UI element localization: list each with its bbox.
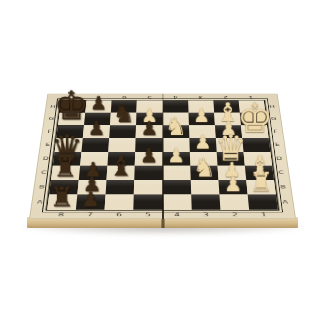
- rank-label-near-3: 3: [191, 210, 220, 219]
- square-h7: ♟: [85, 101, 112, 113]
- square-b5: [134, 180, 162, 195]
- square-e1: [242, 138, 270, 151]
- square-sheen: [76, 195, 106, 210]
- rank-label-near-6: 6: [104, 210, 133, 219]
- square-sheen: [163, 101, 189, 113]
- square-sheen: [47, 195, 77, 210]
- square-sheen: [240, 113, 267, 126]
- file-label-right-g: G: [265, 113, 282, 126]
- square-a4: [163, 195, 192, 210]
- square-g5: ♟: [136, 113, 162, 126]
- square-sheen: [243, 152, 272, 166]
- square-sheen: [163, 113, 189, 126]
- file-label-right-a: A: [276, 195, 295, 210]
- file-label-right-d: D: [270, 152, 288, 166]
- square-sheen: [83, 125, 110, 138]
- chess-board-3d: 87654321 87654321 HGFEDCBA HGFEDCBA ♟♚♞♟…: [29, 94, 296, 219]
- square-sheen: [56, 125, 84, 138]
- square-e7: [82, 138, 110, 151]
- square-sheen: [190, 180, 219, 195]
- rank-label-near-5: 5: [133, 210, 162, 219]
- square-c2: ♟: [217, 165, 246, 179]
- square-sheen: [58, 113, 85, 126]
- square-sheen: [219, 195, 249, 210]
- square-a5: [134, 195, 163, 210]
- rank-label-far-2: 2: [213, 94, 239, 101]
- piece-black-bishop: ♝: [108, 153, 133, 181]
- square-sheen: [238, 101, 265, 113]
- square-sheen: [53, 152, 82, 166]
- square-sheen: [163, 195, 192, 210]
- square-sheen: [188, 101, 214, 113]
- square-a1: [248, 195, 278, 210]
- square-b3: [190, 180, 219, 195]
- square-sheen: [107, 165, 135, 179]
- square-sheen: [246, 180, 276, 195]
- square-sheen: [163, 165, 191, 179]
- rank-label-near-4: 4: [163, 210, 192, 219]
- square-sheen: [60, 101, 87, 113]
- square-f3: [189, 125, 216, 138]
- file-label-left-g: G: [43, 113, 60, 126]
- file-label-left-c: C: [35, 165, 53, 179]
- rank-label-near-2: 2: [220, 210, 250, 219]
- square-sheen: [77, 180, 106, 195]
- rank-label-far-7: 7: [87, 94, 113, 101]
- square-sheen: [49, 180, 79, 195]
- square-sheen: [137, 101, 163, 113]
- file-label-right-e: E: [269, 138, 286, 151]
- square-sheen: [105, 195, 134, 210]
- file-label-left-d: D: [37, 152, 55, 166]
- square-b7: ♟: [77, 180, 106, 195]
- square-sheen: [189, 152, 217, 166]
- file-label-left-h: H: [45, 101, 62, 113]
- square-d4: ♟: [163, 152, 190, 166]
- square-sheen: [189, 138, 216, 151]
- square-sheen: [80, 152, 108, 166]
- square-e5: [136, 138, 163, 151]
- square-h5: [137, 101, 163, 113]
- square-g4: [163, 113, 189, 126]
- square-h3: [188, 101, 214, 113]
- rank-label-far-6: 6: [112, 94, 138, 101]
- square-sheen: [163, 138, 190, 151]
- square-sheen: [214, 113, 241, 126]
- square-sheen: [217, 165, 246, 179]
- square-b8: [49, 180, 79, 195]
- square-d5: ♟: [135, 152, 162, 166]
- piece-white-pawn: ♟: [223, 160, 241, 180]
- square-d3: [189, 152, 217, 166]
- square-f6: [109, 125, 136, 138]
- square-c1: ♝: [245, 165, 274, 179]
- square-g2: ♝: [214, 113, 241, 126]
- file-label-right-c: C: [272, 165, 290, 179]
- square-sheen: [84, 113, 111, 126]
- rank-label-far-8: 8: [61, 94, 87, 101]
- file-label-right-f: F: [267, 125, 284, 138]
- square-sheen: [82, 138, 110, 151]
- square-sheen: [134, 180, 162, 195]
- square-sheen: [242, 138, 270, 151]
- file-label-left-f: F: [41, 125, 58, 138]
- square-g8: ♚: [58, 113, 85, 126]
- square-f7: ♟: [83, 125, 110, 138]
- square-sheen: [134, 195, 163, 210]
- square-sheen: [213, 101, 240, 113]
- square-h6: [111, 101, 137, 113]
- square-sheen: [248, 195, 278, 210]
- square-f4: ♞: [163, 125, 190, 138]
- file-label-right-h: H: [264, 101, 281, 113]
- square-f1: ♚: [241, 125, 269, 138]
- piece-white-bishop: ♝: [248, 153, 273, 181]
- square-b1: ♜: [246, 180, 276, 195]
- square-sheen: [51, 165, 80, 179]
- file-label-left-e: E: [39, 138, 56, 151]
- square-sheen: [136, 125, 163, 138]
- square-sheen: [109, 138, 136, 151]
- square-h8: [60, 101, 87, 113]
- rank-label-far-1: 1: [238, 94, 264, 101]
- rank-label-near-1: 1: [249, 210, 279, 219]
- square-sheen: [215, 125, 242, 138]
- square-sheen: [218, 180, 247, 195]
- square-g6: ♞: [110, 113, 137, 126]
- square-e8: [55, 138, 83, 151]
- square-f5: ♟: [136, 125, 163, 138]
- square-c4: [163, 165, 191, 179]
- square-f8: [56, 125, 84, 138]
- piece-black-pawn: ♟: [84, 160, 102, 180]
- square-h2: [213, 101, 240, 113]
- square-a7: ♟: [76, 195, 106, 210]
- square-e3: ♟: [189, 138, 216, 151]
- square-d7: [80, 152, 108, 166]
- square-sheen: [135, 165, 163, 179]
- rank-label-far-3: 3: [188, 94, 214, 101]
- rank-label-far-5: 5: [137, 94, 162, 101]
- square-sheen: [55, 138, 83, 151]
- square-c7: ♟: [79, 165, 108, 179]
- square-c5: [135, 165, 163, 179]
- square-sheen: [189, 125, 216, 138]
- product-photo-scene: 87654321 87654321 HGFEDCBA HGFEDCBA ♟♚♞♟…: [0, 0, 325, 325]
- square-g3: ♟: [188, 113, 215, 126]
- square-b4: [163, 180, 191, 195]
- square-e6: [109, 138, 136, 151]
- square-c3: ♞: [190, 165, 218, 179]
- square-sheen: [110, 113, 137, 126]
- square-sheen: [191, 195, 220, 210]
- square-sheen: [85, 101, 112, 113]
- square-sheen: [216, 138, 244, 151]
- square-g7: [84, 113, 111, 126]
- square-h1: [238, 101, 265, 113]
- square-a2: [219, 195, 249, 210]
- square-sheen: [106, 180, 135, 195]
- square-g1: [240, 113, 267, 126]
- square-sheen: [79, 165, 108, 179]
- square-b6: [106, 180, 135, 195]
- square-c6: ♝: [107, 165, 135, 179]
- square-d1: [243, 152, 272, 166]
- square-sheen: [163, 125, 190, 138]
- square-f2: ♟: [215, 125, 242, 138]
- square-sheen: [188, 113, 215, 126]
- square-c8: ♜: [51, 165, 80, 179]
- square-e4: [163, 138, 190, 151]
- square-sheen: [245, 165, 274, 179]
- square-d6: [108, 152, 136, 166]
- square-e2: [216, 138, 244, 151]
- square-sheen: [108, 152, 136, 166]
- square-sheen: [111, 101, 137, 113]
- square-sheen: [136, 113, 162, 126]
- square-h4: [163, 101, 189, 113]
- square-b2: ♟: [218, 180, 247, 195]
- chess-board: 87654321 87654321 HGFEDCBA HGFEDCBA ♟♚♞♟…: [29, 94, 296, 219]
- square-sheen: [241, 125, 269, 138]
- rank-label-near-8: 8: [46, 210, 76, 219]
- square-sheen: [190, 165, 218, 179]
- rank-label-near-7: 7: [75, 210, 105, 219]
- square-sheen: [163, 180, 191, 195]
- square-sheen: [136, 138, 163, 151]
- square-sheen: [109, 125, 136, 138]
- square-d8: ♛: [53, 152, 82, 166]
- square-sheen: [216, 152, 244, 166]
- file-label-left-b: B: [33, 180, 51, 195]
- file-label-right-b: B: [274, 180, 292, 195]
- square-a8: ♜: [47, 195, 77, 210]
- square-a6: [105, 195, 134, 210]
- square-d2: ♛: [216, 152, 244, 166]
- rank-labels-far: 87654321: [61, 94, 264, 101]
- square-sheen: [163, 152, 190, 166]
- square-a3: [191, 195, 220, 210]
- rank-label-far-4: 4: [163, 94, 188, 101]
- file-label-left-a: A: [30, 195, 49, 210]
- square-sheen: [135, 152, 162, 166]
